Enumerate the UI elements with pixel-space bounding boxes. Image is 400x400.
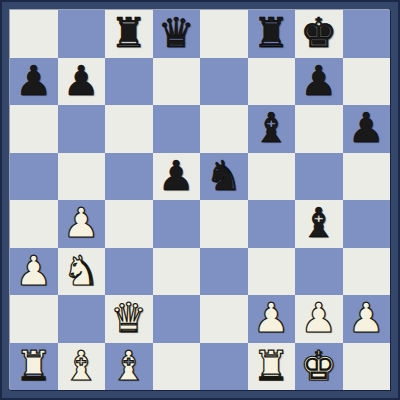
piece-black-rook-c8[interactable]: ♜ xyxy=(110,10,147,57)
square-d6[interactable] xyxy=(153,105,201,153)
square-d7[interactable] xyxy=(153,58,201,106)
square-a6[interactable] xyxy=(10,105,58,153)
square-b4[interactable]: ♟ xyxy=(58,200,106,248)
square-c4[interactable] xyxy=(105,200,153,248)
piece-black-rook-f8[interactable]: ♜ xyxy=(253,10,290,57)
square-h7[interactable] xyxy=(343,58,391,106)
square-e3[interactable] xyxy=(200,248,248,296)
square-f4[interactable] xyxy=(248,200,296,248)
square-e8[interactable] xyxy=(200,10,248,58)
square-g8[interactable]: ♚ xyxy=(295,10,343,58)
piece-white-rook-f1[interactable]: ♜ xyxy=(253,343,290,390)
piece-white-pawn-h2[interactable]: ♟ xyxy=(348,295,385,342)
piece-white-pawn-b4[interactable]: ♟ xyxy=(63,200,100,247)
square-b5[interactable] xyxy=(58,153,106,201)
square-g2[interactable]: ♟ xyxy=(295,295,343,343)
square-a1[interactable]: ♜ xyxy=(10,343,58,391)
piece-white-knight-b3[interactable]: ♞ xyxy=(63,248,100,295)
square-a7[interactable]: ♟ xyxy=(10,58,58,106)
piece-white-pawn-g2[interactable]: ♟ xyxy=(300,295,337,342)
square-e5[interactable]: ♞ xyxy=(200,153,248,201)
square-a5[interactable] xyxy=(10,153,58,201)
square-h2[interactable]: ♟ xyxy=(343,295,391,343)
square-c1[interactable]: ♝ xyxy=(105,343,153,391)
square-a2[interactable] xyxy=(10,295,58,343)
piece-white-bishop-c1[interactable]: ♝ xyxy=(110,343,147,390)
square-g7[interactable]: ♟ xyxy=(295,58,343,106)
square-b7[interactable]: ♟ xyxy=(58,58,106,106)
square-a8[interactable] xyxy=(10,10,58,58)
square-c8[interactable]: ♜ xyxy=(105,10,153,58)
square-d2[interactable] xyxy=(153,295,201,343)
piece-black-pawn-d5[interactable]: ♟ xyxy=(158,153,195,200)
square-c2[interactable]: ♛ xyxy=(105,295,153,343)
piece-black-pawn-h6[interactable]: ♟ xyxy=(348,105,385,152)
piece-black-pawn-g7[interactable]: ♟ xyxy=(300,58,337,105)
square-b3[interactable]: ♞ xyxy=(58,248,106,296)
square-f3[interactable] xyxy=(248,248,296,296)
square-g1[interactable]: ♚ xyxy=(295,343,343,391)
square-e1[interactable] xyxy=(200,343,248,391)
square-e4[interactable] xyxy=(200,200,248,248)
square-h3[interactable] xyxy=(343,248,391,296)
chess-board: ♜♛♜♚♟♟♟♝♟♟♞♟♝♟♞♛♟♟♟♜♝♝♜♚ xyxy=(10,10,390,390)
square-f8[interactable]: ♜ xyxy=(248,10,296,58)
piece-white-bishop-b1[interactable]: ♝ xyxy=(63,343,100,390)
square-d5[interactable]: ♟ xyxy=(153,153,201,201)
square-e7[interactable] xyxy=(200,58,248,106)
piece-black-bishop-f6[interactable]: ♝ xyxy=(253,105,290,152)
piece-black-bishop-g4[interactable]: ♝ xyxy=(300,200,337,247)
square-f5[interactable] xyxy=(248,153,296,201)
piece-black-knight-e5[interactable]: ♞ xyxy=(205,153,242,200)
square-c6[interactable] xyxy=(105,105,153,153)
piece-black-queen-d8[interactable]: ♛ xyxy=(158,10,195,57)
square-b8[interactable] xyxy=(58,10,106,58)
square-g3[interactable] xyxy=(295,248,343,296)
square-d4[interactable] xyxy=(153,200,201,248)
square-h6[interactable]: ♟ xyxy=(343,105,391,153)
square-f2[interactable]: ♟ xyxy=(248,295,296,343)
square-d3[interactable] xyxy=(153,248,201,296)
square-h8[interactable] xyxy=(343,10,391,58)
piece-white-pawn-a3[interactable]: ♟ xyxy=(15,248,52,295)
square-a4[interactable] xyxy=(10,200,58,248)
piece-black-pawn-b7[interactable]: ♟ xyxy=(63,58,100,105)
square-c7[interactable] xyxy=(105,58,153,106)
square-a3[interactable]: ♟ xyxy=(10,248,58,296)
square-f1[interactable]: ♜ xyxy=(248,343,296,391)
square-g6[interactable] xyxy=(295,105,343,153)
square-b2[interactable] xyxy=(58,295,106,343)
piece-white-pawn-f2[interactable]: ♟ xyxy=(253,295,290,342)
square-c5[interactable] xyxy=(105,153,153,201)
piece-black-king-g8[interactable]: ♚ xyxy=(300,10,337,57)
square-g5[interactable] xyxy=(295,153,343,201)
square-h4[interactable] xyxy=(343,200,391,248)
square-f6[interactable]: ♝ xyxy=(248,105,296,153)
square-g4[interactable]: ♝ xyxy=(295,200,343,248)
piece-white-rook-a1[interactable]: ♜ xyxy=(15,343,52,390)
square-b6[interactable] xyxy=(58,105,106,153)
square-d8[interactable]: ♛ xyxy=(153,10,201,58)
square-e6[interactable] xyxy=(200,105,248,153)
piece-white-king-g1[interactable]: ♚ xyxy=(300,343,337,390)
square-c3[interactable] xyxy=(105,248,153,296)
square-f7[interactable] xyxy=(248,58,296,106)
square-h5[interactable] xyxy=(343,153,391,201)
board-frame: ♜♛♜♚♟♟♟♝♟♟♞♟♝♟♞♛♟♟♟♜♝♝♜♚ xyxy=(0,0,400,400)
square-e2[interactable] xyxy=(200,295,248,343)
piece-white-queen-c2[interactable]: ♛ xyxy=(110,295,147,342)
square-d1[interactable] xyxy=(153,343,201,391)
square-h1[interactable] xyxy=(343,343,391,391)
piece-black-pawn-a7[interactable]: ♟ xyxy=(15,58,52,105)
square-b1[interactable]: ♝ xyxy=(58,343,106,391)
